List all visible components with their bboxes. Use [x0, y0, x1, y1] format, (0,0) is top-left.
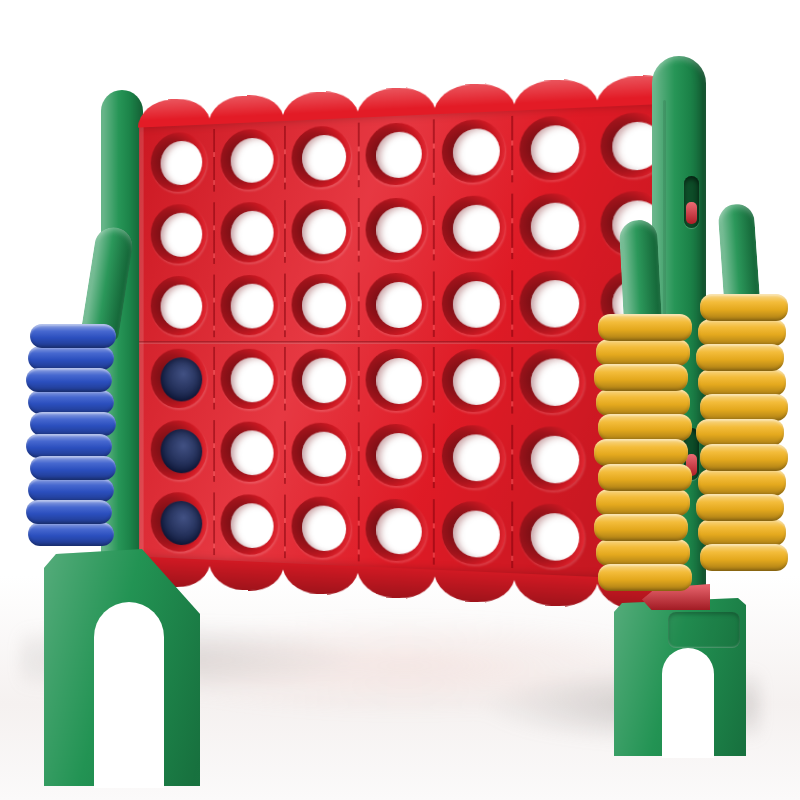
- hole-opening-c6-r5: [531, 435, 579, 484]
- board-cell-c2-r2: [214, 195, 285, 270]
- board-cell-c6-r4: [512, 342, 592, 420]
- hole-opening-c2-r4: [231, 357, 274, 402]
- hole-c1-r5: [151, 420, 207, 481]
- board-cell-c4-r3: [358, 266, 434, 342]
- hole-opening-c4-r6: [376, 508, 421, 556]
- right-leg-recessed-panel: [668, 612, 740, 648]
- yellow-disc: [594, 439, 688, 466]
- hole-c2-r6: [220, 494, 278, 556]
- hole-opening-c5-r5: [452, 434, 499, 482]
- hole-opening-c4-r2: [376, 206, 421, 253]
- hole-c5-r4: [441, 349, 504, 412]
- board-cell-c3-r2: [285, 192, 358, 268]
- yellow-disc: [594, 364, 688, 391]
- hole-c1-r3: [151, 276, 207, 336]
- yellow-disc: [696, 344, 784, 371]
- hole-opening-c2-r3: [231, 284, 274, 329]
- yellow-disc: [598, 314, 692, 341]
- yellow-disc: [596, 489, 690, 516]
- board-cell-c6-r2: [512, 185, 592, 264]
- yellow-disc: [696, 419, 784, 446]
- hole-opening-c1-r5: [161, 429, 203, 474]
- board-cell-c3-r3: [285, 267, 358, 342]
- hole-opening-c2-r2: [231, 210, 274, 256]
- yellow-disc: [594, 514, 688, 541]
- yellow-disc: [598, 414, 692, 441]
- hole-opening-c6-r4: [531, 358, 579, 406]
- board-cell-c3-r4: [285, 342, 358, 417]
- scallop-bump: [357, 86, 436, 118]
- hole-opening-c1-r3: [161, 285, 203, 329]
- board-cell-c2-r4: [214, 342, 285, 416]
- hole-c3-r3: [292, 274, 351, 336]
- hole-c4-r3: [366, 273, 427, 335]
- hole-c1-r6: [151, 492, 207, 553]
- blue-disc: [26, 500, 112, 524]
- board-cell-c1-r5: [144, 414, 213, 488]
- yellow-disc: [598, 564, 692, 591]
- yellow-disc: [698, 319, 786, 346]
- scallop-bump: [514, 78, 598, 111]
- board-cell-c4-r2: [358, 190, 434, 267]
- board-cell-c5-r6: [434, 494, 512, 573]
- hole-opening-c4-r3: [376, 282, 421, 328]
- hole-c1-r1: [151, 131, 207, 192]
- hole-opening-c3-r6: [302, 505, 346, 552]
- hole-c6-r6: [520, 503, 585, 569]
- board-cell-c1-r1: [144, 124, 213, 199]
- hole-opening-c3-r5: [302, 431, 346, 477]
- board-cell-c6-r5: [512, 419, 592, 498]
- blue-discs: [28, 326, 114, 546]
- yellow-disc: [700, 444, 788, 471]
- hole-opening-c5-r6: [452, 510, 499, 558]
- board-cell-c2-r5: [214, 415, 285, 490]
- hole-opening-c6-r2: [531, 202, 579, 251]
- scallop-bump: [282, 563, 359, 596]
- scallop-bump: [434, 570, 516, 604]
- board-cell-c3-r1: [285, 118, 358, 195]
- board-cell-c5-r5: [434, 418, 512, 496]
- blue-disc: [26, 434, 112, 458]
- hole-opening-c1-r4: [161, 357, 203, 401]
- hole-c1-r2: [151, 203, 207, 264]
- board-cell-c2-r3: [214, 268, 285, 342]
- board-cell-c3-r6: [285, 489, 358, 566]
- scallop-bump: [282, 90, 359, 121]
- hole-c6-r1: [520, 114, 585, 180]
- yellow-discs-front: [596, 316, 690, 591]
- hole-opening-c3-r2: [302, 208, 346, 254]
- left-leg: [42, 546, 202, 788]
- hole-opening-c5-r4: [452, 358, 499, 405]
- hole-c4-r5: [366, 423, 427, 486]
- yellow-disc-stack-front: [596, 220, 690, 610]
- hole-opening-c5-r1: [452, 127, 499, 175]
- board-cell-c6-r1: [512, 107, 592, 188]
- hole-c2-r2: [220, 201, 278, 263]
- hole-opening-c6-r3: [531, 280, 579, 328]
- hole-opening-c3-r4: [302, 357, 346, 403]
- hole-c6-r3: [520, 271, 585, 335]
- board-cell-c4-r6: [358, 492, 434, 570]
- blue-disc: [28, 346, 114, 370]
- board-cell-c5-r4: [434, 342, 512, 419]
- hole-c3-r6: [292, 496, 351, 559]
- hole-c3-r4: [292, 349, 351, 411]
- board-cell-c5-r3: [434, 265, 512, 342]
- hole-opening-c5-r3: [452, 281, 499, 328]
- hole-c6-r5: [520, 426, 585, 491]
- scallop-bump: [209, 560, 284, 593]
- scallop-bump: [209, 94, 284, 125]
- blue-disc: [30, 412, 116, 436]
- hole-opening-c5-r2: [452, 204, 499, 252]
- board-cell-c1-r3: [144, 269, 213, 342]
- board-cell-c4-r5: [358, 417, 434, 494]
- yellow-disc: [700, 544, 788, 571]
- board-cell-c6-r3: [512, 264, 592, 342]
- hole-opening-c4-r4: [376, 358, 421, 404]
- right-leg: [612, 596, 750, 758]
- hole-opening-c3-r3: [302, 283, 346, 329]
- board-cell-c5-r1: [434, 111, 512, 190]
- hole-c3-r2: [292, 199, 351, 261]
- hole-c4-r2: [366, 197, 427, 260]
- blue-disc: [30, 324, 116, 348]
- hole-c4-r4: [366, 349, 427, 411]
- scallop-bump: [357, 566, 436, 600]
- hole-opening-c4-r5: [376, 433, 421, 480]
- hole-opening-c2-r1: [231, 137, 274, 183]
- yellow-disc: [700, 394, 788, 421]
- blue-disc-stack: [28, 226, 114, 576]
- yellow-disc: [700, 294, 788, 321]
- blue-disc: [30, 456, 116, 480]
- hole-opening-c1-r2: [161, 212, 203, 257]
- hole-c4-r1: [366, 121, 427, 185]
- hole-c6-r2: [520, 193, 585, 258]
- right-leg-arch-cutout: [662, 648, 714, 758]
- board-cell-c2-r1: [214, 121, 285, 197]
- hole-c2-r5: [220, 421, 278, 482]
- hole-c4-r6: [366, 498, 427, 562]
- hole-c5-r6: [441, 501, 504, 566]
- scallop-bump: [434, 82, 516, 114]
- hole-c2-r4: [220, 348, 278, 409]
- hole-c1-r4: [151, 348, 207, 408]
- yellow-disc: [596, 539, 690, 566]
- hole-c2-r1: [220, 128, 278, 190]
- hole-c3-r1: [292, 125, 351, 188]
- board-cell-c4-r1: [358, 114, 434, 192]
- yellow-disc: [698, 369, 786, 396]
- blue-disc: [28, 522, 114, 546]
- storage-rod-front-right: [619, 219, 662, 325]
- board-cell-c3-r5: [285, 416, 358, 492]
- yellow-disc-stack-rear: [698, 204, 786, 584]
- hole-opening-c2-r5: [231, 430, 274, 476]
- left-leg-arch-cutout: [94, 602, 164, 788]
- hole-opening-c2-r6: [231, 503, 274, 549]
- hole-opening-c1-r1: [161, 140, 203, 186]
- yellow-disc: [696, 494, 784, 521]
- hole-c3-r5: [292, 422, 351, 484]
- hole-c6-r4: [520, 349, 585, 413]
- storage-rod-rear-right: [717, 203, 760, 301]
- yellow-disc: [698, 469, 786, 496]
- hole-c5-r3: [441, 272, 504, 335]
- hole-c5-r2: [441, 195, 504, 259]
- hole-opening-c1-r6: [161, 501, 203, 547]
- yellow-disc: [596, 389, 690, 416]
- scallop-bump: [514, 573, 598, 608]
- yellow-disc: [598, 464, 692, 491]
- board-cell-c6-r6: [512, 496, 592, 577]
- yellow-disc: [596, 339, 690, 366]
- yellow-disc: [698, 519, 786, 546]
- board-cell-c2-r6: [214, 487, 285, 563]
- board-cell-c5-r2: [434, 188, 512, 266]
- hole-opening-c4-r1: [376, 131, 421, 179]
- board-cell-c1-r2: [144, 197, 213, 271]
- hole-opening-c6-r1: [531, 124, 579, 173]
- hole-c5-r1: [441, 118, 504, 183]
- scallop-bump: [138, 97, 210, 127]
- hole-opening-c3-r1: [302, 134, 346, 181]
- product-photo-giant-connect-four: [0, 0, 800, 800]
- blue-disc: [28, 390, 114, 414]
- board-cell-c1-r4: [144, 342, 213, 415]
- board-cell-c4-r4: [358, 342, 434, 418]
- hole-opening-c6-r6: [531, 513, 579, 562]
- blue-disc: [26, 368, 112, 392]
- blue-disc: [28, 478, 114, 502]
- hole-c5-r5: [441, 425, 504, 489]
- yellow-discs-rear: [698, 296, 786, 571]
- hole-c2-r3: [220, 275, 278, 336]
